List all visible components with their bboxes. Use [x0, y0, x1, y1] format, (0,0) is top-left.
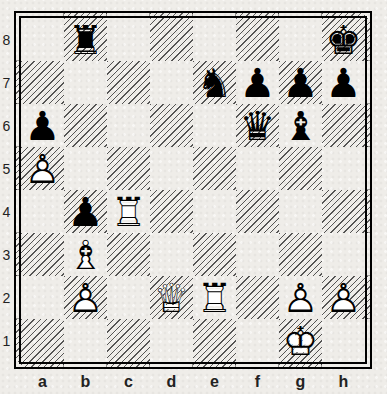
border-gap-segment — [64, 364, 107, 367]
square-a4[interactable] — [21, 190, 64, 233]
square-e3[interactable] — [193, 233, 236, 276]
piece-black-pawn: ♟ — [236, 61, 279, 104]
square-d5[interactable] — [150, 147, 193, 190]
board-frame: ♜♚♞♟♟♟♟♛♝♟♙♟♜♖♝♗♟♙♛♕♜♖♟♙♟♙♚♔ — [14, 11, 372, 369]
square-b7[interactable] — [64, 61, 107, 104]
square-b2[interactable]: ♟♙ — [64, 276, 107, 319]
border-gap-bottom — [21, 364, 365, 367]
piece-white-king: ♚♔ — [279, 319, 322, 362]
piece-black-bishop: ♝ — [279, 104, 322, 147]
file-label-c: c — [107, 371, 150, 393]
square-a5[interactable]: ♟♙ — [21, 147, 64, 190]
piece-white-pawn: ♟♙ — [279, 276, 322, 319]
border-gap-segment — [279, 364, 322, 367]
square-f4[interactable] — [236, 190, 279, 233]
square-a1[interactable] — [21, 319, 64, 362]
piece-black-king: ♚ — [322, 18, 365, 61]
square-c1[interactable] — [107, 319, 150, 362]
square-a3[interactable] — [21, 233, 64, 276]
piece-white-rook: ♜♖ — [193, 276, 236, 319]
border-gap-segment — [367, 104, 370, 147]
border-gap-segment — [193, 364, 236, 367]
border-gap-segment — [367, 61, 370, 104]
square-e4[interactable] — [193, 190, 236, 233]
border-gap-segment — [150, 364, 193, 367]
piece-black-rook: ♜ — [64, 18, 107, 61]
rank-label-8: 8 — [0, 18, 13, 61]
file-label-g: g — [279, 371, 322, 393]
piece-black-pawn: ♟ — [21, 104, 64, 147]
square-b6[interactable] — [64, 104, 107, 147]
file-label-f: f — [236, 371, 279, 393]
square-g8[interactable] — [279, 18, 322, 61]
square-c6[interactable] — [107, 104, 150, 147]
border-gap-segment — [367, 319, 370, 362]
rank-label-3: 3 — [0, 233, 13, 276]
border-gap-right — [367, 18, 370, 362]
rank-label-2: 2 — [0, 276, 13, 319]
border-gap-segment — [367, 276, 370, 319]
square-e5[interactable] — [193, 147, 236, 190]
square-f6[interactable]: ♛ — [236, 104, 279, 147]
file-labels: abcdefgh — [21, 371, 365, 393]
square-c4[interactable]: ♜♖ — [107, 190, 150, 233]
square-a8[interactable] — [21, 18, 64, 61]
square-b5[interactable] — [64, 147, 107, 190]
piece-black-pawn: ♟ — [322, 61, 365, 104]
square-a7[interactable] — [21, 61, 64, 104]
square-a6[interactable]: ♟ — [21, 104, 64, 147]
piece-black-pawn: ♟ — [64, 190, 107, 233]
square-c2[interactable] — [107, 276, 150, 319]
square-f2[interactable] — [236, 276, 279, 319]
chess-board: ♜♚♞♟♟♟♟♛♝♟♙♟♜♖♝♗♟♙♛♕♜♖♟♙♟♙♚♔ — [21, 18, 365, 362]
border-gap-segment — [367, 18, 370, 61]
square-d1[interactable] — [150, 319, 193, 362]
piece-white-rook: ♜♖ — [107, 190, 150, 233]
file-label-b: b — [64, 371, 107, 393]
square-h5[interactable] — [322, 147, 365, 190]
square-a2[interactable] — [21, 276, 64, 319]
square-b3[interactable]: ♝♗ — [64, 233, 107, 276]
square-c8[interactable] — [107, 18, 150, 61]
border-gap-segment — [236, 364, 279, 367]
border-gap-segment — [107, 364, 150, 367]
square-g7[interactable]: ♟ — [279, 61, 322, 104]
square-f5[interactable] — [236, 147, 279, 190]
rank-label-7: 7 — [0, 61, 13, 104]
rank-label-5: 5 — [0, 147, 13, 190]
border-gap-segment — [367, 233, 370, 276]
square-h8[interactable]: ♚ — [322, 18, 365, 61]
rank-label-1: 1 — [0, 319, 13, 362]
piece-black-knight: ♞ — [193, 61, 236, 104]
border-gap-segment — [322, 364, 365, 367]
rank-labels: 87654321 — [0, 18, 13, 362]
square-d7[interactable] — [150, 61, 193, 104]
piece-black-queen: ♛ — [236, 104, 279, 147]
square-c5[interactable] — [107, 147, 150, 190]
rank-label-6: 6 — [0, 104, 13, 147]
square-h7[interactable]: ♟ — [322, 61, 365, 104]
square-c7[interactable] — [107, 61, 150, 104]
square-b4[interactable]: ♟ — [64, 190, 107, 233]
square-f1[interactable] — [236, 319, 279, 362]
square-e8[interactable] — [193, 18, 236, 61]
square-g2[interactable]: ♟♙ — [279, 276, 322, 319]
square-e2[interactable]: ♜♖ — [193, 276, 236, 319]
border-gap-segment — [367, 190, 370, 233]
square-d6[interactable] — [150, 104, 193, 147]
square-d4[interactable] — [150, 190, 193, 233]
square-b1[interactable] — [64, 319, 107, 362]
square-h4[interactable] — [322, 190, 365, 233]
square-h3[interactable] — [322, 233, 365, 276]
piece-white-queen: ♛♕ — [150, 276, 193, 319]
square-d3[interactable] — [150, 233, 193, 276]
square-h1[interactable] — [322, 319, 365, 362]
square-f3[interactable] — [236, 233, 279, 276]
piece-black-pawn: ♟ — [279, 61, 322, 104]
square-g4[interactable] — [279, 190, 322, 233]
square-f8[interactable] — [236, 18, 279, 61]
border-gap-segment — [21, 364, 64, 367]
file-label-a: a — [21, 371, 64, 393]
piece-white-bishop: ♝♗ — [64, 233, 107, 276]
piece-white-pawn: ♟♙ — [64, 276, 107, 319]
square-e1[interactable] — [193, 319, 236, 362]
file-label-h: h — [322, 371, 365, 393]
piece-white-pawn: ♟♙ — [21, 147, 64, 190]
square-c3[interactable] — [107, 233, 150, 276]
square-g5[interactable] — [279, 147, 322, 190]
square-g1[interactable]: ♚♔ — [279, 319, 322, 362]
square-f7[interactable]: ♟ — [236, 61, 279, 104]
square-d8[interactable] — [150, 18, 193, 61]
square-e7[interactable]: ♞ — [193, 61, 236, 104]
file-label-d: d — [150, 371, 193, 393]
board-inner-frame: ♜♚♞♟♟♟♟♛♝♟♙♟♜♖♝♗♟♙♛♕♜♖♟♙♟♙♚♔ — [19, 16, 367, 364]
border-gap-segment — [367, 147, 370, 190]
file-label-e: e — [193, 371, 236, 393]
piece-white-pawn: ♟♙ — [322, 276, 365, 319]
square-h6[interactable] — [322, 104, 365, 147]
chess-diagram: 87654321 ♜♚♞♟♟♟♟♛♝♟♙♟♜♖♝♗♟♙♛♕♜♖♟♙♟♙♚♔ ab… — [0, 0, 387, 394]
square-d2[interactable]: ♛♕ — [150, 276, 193, 319]
square-g3[interactable] — [279, 233, 322, 276]
square-e6[interactable] — [193, 104, 236, 147]
square-g6[interactable]: ♝ — [279, 104, 322, 147]
rank-label-4: 4 — [0, 190, 13, 233]
square-b8[interactable]: ♜ — [64, 18, 107, 61]
square-h2[interactable]: ♟♙ — [322, 276, 365, 319]
